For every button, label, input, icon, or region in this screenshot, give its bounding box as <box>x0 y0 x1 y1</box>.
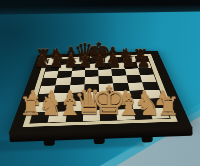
black-pawn-a7[interactable]: ♟ <box>35 54 49 70</box>
black-pawn-e7[interactable]: ♟ <box>93 54 107 70</box>
black-pawn-h7[interactable]: ♟ <box>136 54 150 70</box>
black-pawn-f7[interactable]: ♟ <box>107 54 121 70</box>
black-pawn-b7[interactable]: ♟ <box>49 54 63 70</box>
black-pawn-c7[interactable]: ♟ <box>64 54 78 70</box>
white-rook-h1[interactable]: ♜ <box>157 94 180 119</box>
black-pawn-g7[interactable]: ♟ <box>122 54 136 70</box>
pieces-layer: ♜♞♝♛♚♝♞♜♟♟♟♟♟♟♟♟♟♟♟♟♟♟♟♟♜♞♝♛♚♝♞♜ <box>0 0 200 166</box>
black-pawn-d7[interactable]: ♟ <box>78 54 92 70</box>
photo-scene: ♜♞♝♛♚♝♞♜♟♟♟♟♟♟♟♟♟♟♟♟♟♟♟♟♜♞♝♛♚♝♞♜ <box>0 0 200 166</box>
